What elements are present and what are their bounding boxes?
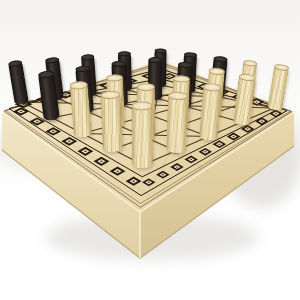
- peg-natural[interactable]: [69, 84, 91, 137]
- peg-natural[interactable]: [100, 95, 122, 152]
- peg-top: [45, 56, 59, 63]
- peg-top: [81, 54, 95, 61]
- peg-natural[interactable]: [166, 96, 188, 154]
- peg-top: [100, 91, 120, 100]
- peg-top: [184, 52, 197, 58]
- peg-top: [178, 62, 193, 69]
- peg-top: [168, 92, 188, 101]
- peg-top: [214, 56, 228, 63]
- peg-top: [132, 102, 153, 111]
- peg-top: [154, 48, 166, 53]
- peg-top: [208, 67, 224, 75]
- peg-top: [111, 61, 126, 68]
- board-photo-scene: [0, 0, 300, 300]
- peg-top: [75, 65, 91, 73]
- peg-top: [148, 57, 162, 63]
- peg-top: [106, 74, 123, 82]
- peg-natural[interactable]: [132, 106, 154, 168]
- peg-top: [173, 75, 190, 83]
- peg-top: [137, 83, 155, 91]
- peg-top: [118, 51, 131, 57]
